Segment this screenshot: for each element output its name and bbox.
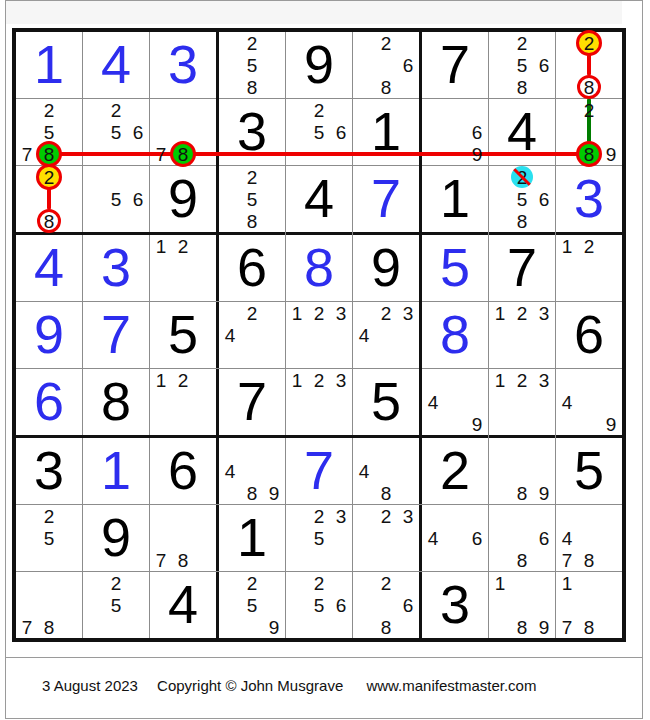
- elimination-slash: [513, 168, 531, 186]
- sudoku-page: { "game": "sudoku", "position": "143.9.7…: [0, 0, 650, 720]
- footer: 3 August 2023 Copyright © John Musgrave …: [42, 676, 536, 696]
- sudoku-board[interactable]: 1432589268725682825782567832561694289285…: [12, 28, 626, 642]
- annotation-overlay: [16, 32, 622, 638]
- footer-copyright: Copyright © John Musgrave: [157, 676, 343, 696]
- top-strip: [6, 1, 622, 24]
- footer-website[interactable]: www.manifestmaster.com: [366, 676, 536, 696]
- footer-date: 3 August 2023: [42, 676, 138, 696]
- footer-divider: [5, 657, 642, 658]
